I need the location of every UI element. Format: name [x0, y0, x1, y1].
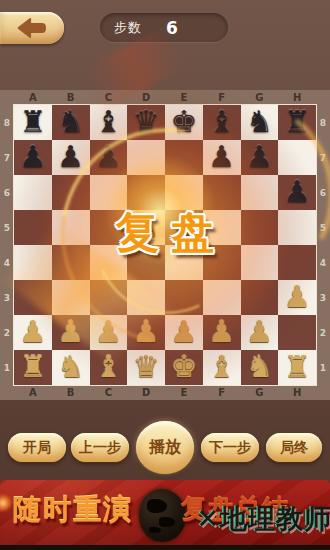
white-knight: ♞ — [57, 352, 84, 382]
white-knight: ♞ — [246, 352, 273, 382]
rank-label: 2 — [0, 315, 14, 350]
rank-label: 3 — [316, 280, 330, 315]
square-e7 — [165, 140, 203, 175]
black-rook: ♜ — [19, 107, 46, 137]
white-pawn: ♟ — [208, 317, 235, 347]
white-queen: ♛ — [133, 352, 160, 382]
white-rook: ♜ — [284, 352, 311, 382]
rank-label: 1 — [316, 350, 330, 385]
file-label: H — [278, 385, 316, 400]
chess-board: ABCDEFGH 87654321 ♜♞♝♛♚♝♞♜♟♟♟♟♟♟♟♟♟♟♟♟♟♟… — [0, 90, 330, 400]
square-d3 — [127, 280, 165, 315]
black-king: ♚ — [170, 107, 197, 137]
banner-left-text: 随时重演 — [13, 491, 133, 529]
file-label: F — [203, 385, 241, 400]
square-g8: ♞ — [241, 105, 279, 140]
square-a2: ♟ — [14, 315, 52, 350]
square-f7: ♟ — [203, 140, 241, 175]
square-d8: ♛ — [127, 105, 165, 140]
spark-glow-icon — [0, 494, 12, 512]
steps-label: 步数 — [114, 19, 142, 37]
back-button[interactable] — [0, 12, 64, 44]
square-b7: ♟ — [52, 140, 90, 175]
square-f3 — [203, 280, 241, 315]
square-f2: ♟ — [203, 315, 241, 350]
square-d2: ♟ — [127, 315, 165, 350]
prev-step-button[interactable]: 上一步 — [71, 433, 129, 462]
replay-overlay-title: 复盘 — [0, 204, 330, 262]
black-pawn: ♟ — [246, 142, 273, 172]
file-label: G — [241, 385, 279, 400]
white-king: ♚ — [170, 352, 197, 382]
square-h1: ♜ — [278, 350, 316, 385]
square-a8: ♜ — [14, 105, 52, 140]
black-pawn: ♟ — [208, 142, 235, 172]
black-queen: ♛ — [133, 107, 160, 137]
white-bishop: ♝ — [95, 352, 122, 382]
square-b1: ♞ — [52, 350, 90, 385]
square-d1: ♛ — [127, 350, 165, 385]
white-rook: ♜ — [19, 352, 46, 382]
black-rook: ♜ — [284, 107, 311, 137]
square-h8: ♜ — [278, 105, 316, 140]
file-label: D — [127, 385, 165, 400]
square-h3: ♟ — [278, 280, 316, 315]
rank-label: 7 — [316, 140, 330, 175]
square-h7 — [278, 140, 316, 175]
file-label: B — [52, 385, 90, 400]
square-a7: ♟ — [14, 140, 52, 175]
black-bishop: ♝ — [208, 107, 235, 137]
square-b3 — [52, 280, 90, 315]
white-pawn: ♟ — [246, 317, 273, 347]
file-labels-bottom: ABCDEFGH — [14, 385, 316, 400]
square-d7 — [127, 140, 165, 175]
white-pawn: ♟ — [57, 317, 84, 347]
square-g1: ♞ — [241, 350, 279, 385]
square-c3 — [90, 280, 128, 315]
black-pawn: ♟ — [19, 142, 46, 172]
globe-icon — [139, 489, 186, 542]
rank-label: 7 — [0, 140, 14, 175]
bottom-strip — [0, 545, 330, 550]
watermark-text: ✕地理教师 — [196, 501, 330, 537]
square-c2: ♟ — [90, 315, 128, 350]
next-step-button[interactable]: 下一步 — [201, 433, 259, 462]
back-arrow-icon — [14, 16, 50, 40]
app-screen: 步数 6 ABCDEFGH 87654321 ♜♞♝♛♚♝♞♜♟♟♟♟♟♟♟♟♟… — [0, 0, 330, 550]
black-pawn: ♟ — [284, 177, 311, 207]
black-pawn: ♟ — [57, 142, 84, 172]
rank-label: 8 — [316, 105, 330, 140]
black-pawn: ♟ — [95, 142, 122, 172]
go-to-start-button[interactable]: 开局 — [8, 433, 66, 462]
file-label: C — [90, 385, 128, 400]
square-e8: ♚ — [165, 105, 203, 140]
rank-label: 2 — [316, 315, 330, 350]
controls-bar: 开局 上一步 播放 下一步 局终 — [0, 400, 330, 480]
square-h2 — [278, 315, 316, 350]
rank-label: 3 — [0, 280, 14, 315]
square-c7: ♟ — [90, 140, 128, 175]
square-b2: ♟ — [52, 315, 90, 350]
file-label: E — [165, 385, 203, 400]
square-e3 — [165, 280, 203, 315]
square-f8: ♝ — [203, 105, 241, 140]
square-g3 — [241, 280, 279, 315]
white-pawn: ♟ — [133, 317, 160, 347]
square-a3 — [14, 280, 52, 315]
rank-label: 8 — [0, 105, 14, 140]
rank-label: 1 — [0, 350, 14, 385]
white-pawn: ♟ — [170, 317, 197, 347]
white-pawn: ♟ — [284, 282, 311, 312]
promo-banner[interactable]: 随时重演 复盘总结 ✕地理教师 — [0, 480, 330, 545]
file-label: A — [14, 385, 52, 400]
square-e2: ♟ — [165, 315, 203, 350]
square-g7: ♟ — [241, 140, 279, 175]
black-knight: ♞ — [246, 107, 273, 137]
go-to-end-button[interactable]: 局终 — [266, 433, 322, 462]
square-g2: ♟ — [241, 315, 279, 350]
square-c1: ♝ — [90, 350, 128, 385]
square-f1: ♝ — [203, 350, 241, 385]
white-bishop: ♝ — [208, 352, 235, 382]
square-a1: ♜ — [14, 350, 52, 385]
square-e1: ♚ — [165, 350, 203, 385]
white-pawn: ♟ — [19, 317, 46, 347]
white-pawn: ♟ — [95, 317, 122, 347]
play-button[interactable]: 播放 — [136, 421, 194, 474]
